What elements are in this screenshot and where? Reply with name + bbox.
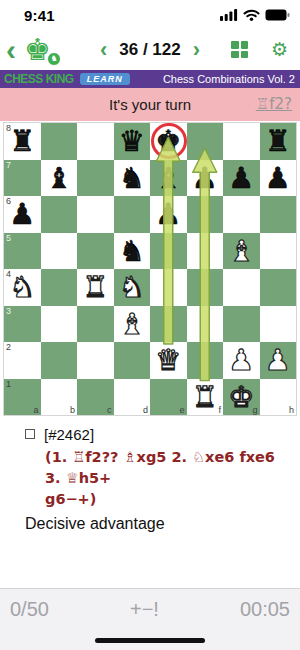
square-e2[interactable]: ♛ xyxy=(150,342,187,379)
file-label-a: a xyxy=(33,405,38,415)
square-g6[interactable] xyxy=(223,196,260,233)
square-e1[interactable]: e xyxy=(150,379,187,416)
square-d8[interactable]: ♛ xyxy=(114,123,151,160)
square-g7[interactable]: ♟ xyxy=(223,160,260,197)
square-c5[interactable] xyxy=(77,233,114,270)
wifi-icon xyxy=(243,9,260,21)
square-f3[interactable] xyxy=(187,306,224,343)
course-banner: CHESS KING LEARN Chess Combinations Vol.… xyxy=(0,70,300,88)
square-e6[interactable]: ♟ xyxy=(150,196,187,233)
piece-black-bishop: ♝ xyxy=(41,160,78,197)
square-b2[interactable] xyxy=(41,342,78,379)
rank-label-8: 8 xyxy=(6,123,11,133)
file-label-g: g xyxy=(252,405,257,415)
learn-badge: LEARN xyxy=(80,73,130,85)
prev-puzzle-button[interactable]: ‹ xyxy=(100,39,107,61)
square-b7[interactable]: ♝ xyxy=(41,160,78,197)
clock-time: 9:41 xyxy=(24,7,55,24)
square-f8[interactable] xyxy=(187,123,224,160)
square-f4[interactable] xyxy=(187,269,224,306)
square-a7[interactable]: 7 xyxy=(4,160,41,197)
rank-label-3: 3 xyxy=(6,306,11,316)
square-g4[interactable] xyxy=(223,269,260,306)
score-counter: 0/50 xyxy=(10,599,49,650)
square-f6[interactable] xyxy=(187,196,224,233)
piece-white-bishop: ♝ xyxy=(223,233,260,270)
chess-board: ♜8♛♚♜7♝♞♝♟♟♟♟6♟5♞♝♞4♜♞3♝2♛♟♟1abcde♜f♚gh xyxy=(3,122,297,416)
square-c2[interactable] xyxy=(77,342,114,379)
piece-white-rook: ♜ xyxy=(77,269,114,306)
moves-line-2: g6−+) xyxy=(45,489,294,510)
square-g1[interactable]: ♚g xyxy=(223,379,260,416)
piece-black-knight: ♞ xyxy=(114,233,151,270)
square-e3[interactable] xyxy=(150,306,187,343)
rank-label-4: 4 xyxy=(6,269,11,279)
square-a3[interactable]: 3 xyxy=(4,306,41,343)
square-b4[interactable] xyxy=(41,269,78,306)
square-c6[interactable] xyxy=(77,196,114,233)
square-f5[interactable] xyxy=(187,233,224,270)
file-label-e: e xyxy=(179,405,184,415)
home-indicator[interactable] xyxy=(95,638,205,643)
rank-label-1: 1 xyxy=(6,379,11,389)
piece-white-bishop: ♝ xyxy=(114,306,151,343)
brand-chess-king: CHESS KING xyxy=(4,72,74,86)
turn-bar: It's your turn ♖f2? xyxy=(0,88,300,121)
square-f1[interactable]: ♜f xyxy=(187,379,224,416)
square-h3[interactable] xyxy=(260,306,297,343)
square-c3[interactable] xyxy=(77,306,114,343)
rank-label-5: 5 xyxy=(6,233,11,243)
square-f2[interactable] xyxy=(187,342,224,379)
square-g3[interactable] xyxy=(223,306,260,343)
square-a2[interactable]: 2 xyxy=(4,342,41,379)
square-c4[interactable]: ♜ xyxy=(77,269,114,306)
square-b1[interactable]: b xyxy=(41,379,78,416)
square-d5[interactable]: ♞ xyxy=(114,233,151,270)
rank-label-7: 7 xyxy=(6,160,11,170)
refutation-line: (1. ♖f2?? ♗xg5 2. ♘xe6 fxe6 3. ♕h5+ g6−+… xyxy=(45,447,294,510)
battery-icon xyxy=(265,9,290,21)
square-d6[interactable] xyxy=(114,196,151,233)
file-label-h: h xyxy=(289,405,294,415)
file-label-d: d xyxy=(143,405,148,415)
piece-white-queen: ♛ xyxy=(150,342,187,379)
piece-black-pawn: ♟ xyxy=(187,160,224,197)
piece-black-queen: ♛ xyxy=(114,123,151,160)
square-b8[interactable] xyxy=(41,123,78,160)
square-c1[interactable]: c xyxy=(77,379,114,416)
evaluation-text: Decisive advantage xyxy=(25,515,294,533)
square-a6[interactable]: ♟6 xyxy=(4,196,41,233)
square-h8[interactable]: ♜ xyxy=(260,123,297,160)
piece-white-knight: ♞ xyxy=(114,269,151,306)
file-label-c: c xyxy=(107,405,112,415)
square-bullet-icon xyxy=(25,429,35,439)
piece-black-bishop: ♝ xyxy=(150,160,187,197)
tried-move-link[interactable]: ♖f2? xyxy=(256,95,292,113)
rank-label-6: 6 xyxy=(6,196,11,206)
square-a1[interactable]: 1a xyxy=(4,379,41,416)
piece-black-knight: ♞ xyxy=(114,160,151,197)
square-g8[interactable] xyxy=(223,123,260,160)
annotation-panel: [#2462] (1. ♖f2?? ♗xg5 2. ♘xe6 fxe6 3. ♕… xyxy=(25,424,294,533)
square-h5[interactable] xyxy=(260,233,297,270)
signal-icon xyxy=(220,9,238,21)
board-grid: ♜8♛♚♜7♝♞♝♟♟♟♟6♟5♞♝♞4♜♞3♝2♛♟♟1abcde♜f♚gh xyxy=(4,123,296,415)
square-e5[interactable] xyxy=(150,233,187,270)
file-label-b: b xyxy=(70,405,75,415)
square-b5[interactable] xyxy=(41,233,78,270)
square-h6[interactable] xyxy=(260,196,297,233)
square-h1[interactable]: h xyxy=(260,379,297,416)
square-d7[interactable]: ♞ xyxy=(114,160,151,197)
moves-line-1: (1. ♖f2?? ♗xg5 2. ♘xe6 fxe6 3. ♕h5+ xyxy=(45,447,294,489)
king-danger-circle xyxy=(151,123,187,159)
piece-black-pawn: ♟ xyxy=(150,196,187,233)
square-h7[interactable]: ♟ xyxy=(260,160,297,197)
piece-white-pawn: ♟ xyxy=(260,342,297,379)
square-e4[interactable] xyxy=(150,269,187,306)
piece-black-rook: ♜ xyxy=(260,123,297,160)
square-g5[interactable]: ♝ xyxy=(223,233,260,270)
course-title: Chess Combinations Vol. 2 xyxy=(163,73,295,85)
piece-white-pawn: ♟ xyxy=(223,342,260,379)
square-d3[interactable]: ♝ xyxy=(114,306,151,343)
square-b6[interactable] xyxy=(41,196,78,233)
square-g2[interactable]: ♟ xyxy=(223,342,260,379)
piece-black-pawn: ♟ xyxy=(260,160,297,197)
nav-bar: ‹ ♚ ♞ ‹ 36 / 122 › ⚙ xyxy=(0,30,300,70)
next-puzzle-button[interactable]: › xyxy=(193,39,200,61)
puzzle-id: [#2462] xyxy=(44,426,94,443)
settings-gear-icon[interactable]: ⚙ xyxy=(271,38,288,60)
file-label-f: f xyxy=(218,405,221,415)
puzzle-list-icon[interactable] xyxy=(231,41,248,58)
square-d4[interactable]: ♞ xyxy=(114,269,151,306)
rank-label-2: 2 xyxy=(6,342,11,352)
square-a4[interactable]: ♞4 xyxy=(4,269,41,306)
square-b3[interactable] xyxy=(41,306,78,343)
square-e7[interactable]: ♝ xyxy=(150,160,187,197)
square-c7[interactable] xyxy=(77,160,114,197)
status-bar: 9:41 xyxy=(0,0,300,30)
piece-black-pawn: ♟ xyxy=(223,160,260,197)
square-a5[interactable]: 5 xyxy=(4,233,41,270)
puzzle-counter: 36 / 122 xyxy=(119,40,180,60)
square-h2[interactable]: ♟ xyxy=(260,342,297,379)
square-d1[interactable]: d xyxy=(114,379,151,416)
timer: 00:05 xyxy=(240,599,290,650)
square-h4[interactable] xyxy=(260,269,297,306)
square-f7[interactable]: ♟ xyxy=(187,160,224,197)
square-c8[interactable] xyxy=(77,123,114,160)
square-d2[interactable] xyxy=(114,342,151,379)
square-a8[interactable]: ♜8 xyxy=(4,123,41,160)
